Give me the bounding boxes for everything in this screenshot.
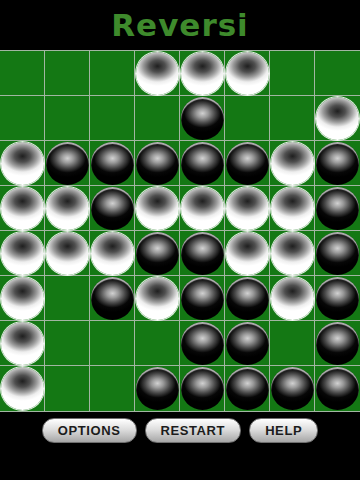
board-cell[interactable]: ●: [315, 276, 360, 321]
board-cell[interactable]: [135, 321, 180, 366]
white-disc: ○: [1, 367, 44, 410]
white-disc: ○: [181, 187, 224, 230]
white-disc: ○: [91, 232, 134, 275]
options-button[interactable]: OPTIONS: [42, 418, 137, 443]
black-disc: ●: [181, 97, 224, 140]
board-cell[interactable]: ○: [225, 51, 270, 96]
white-disc: ○: [1, 322, 44, 365]
black-disc: ●: [181, 322, 224, 365]
board-cell[interactable]: ●: [315, 231, 360, 276]
board-cell[interactable]: ●: [135, 141, 180, 186]
white-disc: ○: [46, 232, 89, 275]
board-cell[interactable]: ○: [45, 186, 90, 231]
board-cell[interactable]: ●: [45, 141, 90, 186]
board-cell[interactable]: ●: [180, 96, 225, 141]
white-disc: ○: [271, 232, 314, 275]
board-cell[interactable]: ●: [180, 141, 225, 186]
board-cell[interactable]: [0, 51, 45, 96]
black-disc: ●: [316, 322, 359, 365]
white-disc: ○: [136, 52, 179, 95]
white-disc: ○: [1, 277, 44, 320]
board-cell[interactable]: ○: [225, 231, 270, 276]
reversi-board: ○○○●○○●●●●●○●○○●○○○○●○○○●●○○●○●○●●○●○●●●…: [0, 50, 360, 412]
board-cell[interactable]: ○: [270, 231, 315, 276]
board-cell[interactable]: ○: [180, 51, 225, 96]
board-cell[interactable]: ●: [180, 366, 225, 411]
app-title: Reversi: [111, 7, 249, 43]
board-cell[interactable]: [225, 96, 270, 141]
white-disc: ○: [271, 142, 314, 185]
restart-button[interactable]: RESTART: [145, 418, 242, 443]
board-cell[interactable]: [0, 96, 45, 141]
board-cell[interactable]: ●: [225, 141, 270, 186]
black-disc: ●: [316, 277, 359, 320]
black-disc: ●: [226, 367, 269, 410]
board-cell[interactable]: ○: [45, 231, 90, 276]
button-bar: OPTIONS RESTART HELP: [0, 412, 360, 480]
black-disc: ●: [181, 277, 224, 320]
board-cell[interactable]: [90, 321, 135, 366]
board-cell[interactable]: ○: [0, 141, 45, 186]
white-disc: ○: [316, 97, 359, 140]
white-disc: ○: [271, 277, 314, 320]
black-disc: ●: [316, 187, 359, 230]
black-disc: ●: [46, 142, 89, 185]
board-cell[interactable]: ○: [0, 366, 45, 411]
black-disc: ●: [316, 142, 359, 185]
board-cell[interactable]: ●: [135, 231, 180, 276]
title-bar: Reversi: [0, 0, 360, 50]
board-cell[interactable]: [45, 321, 90, 366]
board-cell[interactable]: ○: [90, 231, 135, 276]
board-cell[interactable]: ●: [315, 366, 360, 411]
board-cell[interactable]: [90, 51, 135, 96]
board-cell[interactable]: ●: [225, 321, 270, 366]
black-disc: ●: [136, 232, 179, 275]
white-disc: ○: [226, 52, 269, 95]
help-button[interactable]: HELP: [249, 418, 318, 443]
board-cell[interactable]: ○: [135, 186, 180, 231]
white-disc: ○: [226, 187, 269, 230]
black-disc: ●: [226, 322, 269, 365]
board-cell[interactable]: ○: [225, 186, 270, 231]
board-cell[interactable]: ●: [225, 366, 270, 411]
board-cell[interactable]: ●: [135, 366, 180, 411]
board-cell[interactable]: ●: [315, 321, 360, 366]
board-cell[interactable]: ●: [90, 276, 135, 321]
board-cell[interactable]: [45, 276, 90, 321]
board-cell[interactable]: [270, 51, 315, 96]
board-cell[interactable]: ●: [315, 186, 360, 231]
board-cell[interactable]: ●: [225, 276, 270, 321]
board-cell[interactable]: ○: [270, 276, 315, 321]
board-cell[interactable]: ●: [180, 276, 225, 321]
black-disc: ●: [181, 232, 224, 275]
board-cell[interactable]: ●: [270, 366, 315, 411]
white-disc: ○: [46, 187, 89, 230]
board-cell[interactable]: [315, 51, 360, 96]
black-disc: ●: [91, 142, 134, 185]
black-disc: ●: [136, 142, 179, 185]
black-disc: ●: [136, 367, 179, 410]
white-disc: ○: [136, 187, 179, 230]
board-cell[interactable]: ●: [315, 141, 360, 186]
board-cell[interactable]: [135, 96, 180, 141]
board-cell[interactable]: ●: [180, 321, 225, 366]
board-cell[interactable]: [90, 366, 135, 411]
white-disc: ○: [136, 277, 179, 320]
board-cell[interactable]: ○: [0, 186, 45, 231]
board-cell[interactable]: [45, 51, 90, 96]
board-cell[interactable]: ●: [180, 231, 225, 276]
white-disc: ○: [1, 232, 44, 275]
board-cell[interactable]: ○: [135, 51, 180, 96]
black-disc: ●: [181, 142, 224, 185]
white-disc: ○: [1, 187, 44, 230]
black-disc: ●: [316, 232, 359, 275]
white-disc: ○: [226, 232, 269, 275]
app-window: Reversi ○○○●○○●●●●●○●○○●○○○○●○○○●●○○●○●○…: [0, 0, 360, 480]
board-cell[interactable]: ○: [0, 231, 45, 276]
board-cell[interactable]: ○: [0, 276, 45, 321]
board-cell[interactable]: [270, 96, 315, 141]
board-cell[interactable]: [90, 96, 135, 141]
black-disc: ●: [181, 367, 224, 410]
white-disc: ○: [181, 52, 224, 95]
board-cell[interactable]: ●: [90, 186, 135, 231]
white-disc: ○: [271, 187, 314, 230]
board-cell[interactable]: [45, 366, 90, 411]
black-disc: ●: [226, 142, 269, 185]
black-disc: ●: [316, 367, 359, 410]
board-cell[interactable]: ○: [0, 321, 45, 366]
board-cell[interactable]: ○: [315, 96, 360, 141]
board-cell[interactable]: ●: [90, 141, 135, 186]
board-cell[interactable]: [45, 96, 90, 141]
board-cell[interactable]: ○: [180, 186, 225, 231]
white-disc: ○: [1, 142, 44, 185]
board-cell[interactable]: [270, 321, 315, 366]
board-cell[interactable]: ○: [270, 141, 315, 186]
board-cell[interactable]: ○: [135, 276, 180, 321]
black-disc: ●: [226, 277, 269, 320]
black-disc: ●: [91, 277, 134, 320]
black-disc: ●: [91, 187, 134, 230]
board-cell[interactable]: ○: [270, 186, 315, 231]
black-disc: ●: [271, 367, 314, 410]
